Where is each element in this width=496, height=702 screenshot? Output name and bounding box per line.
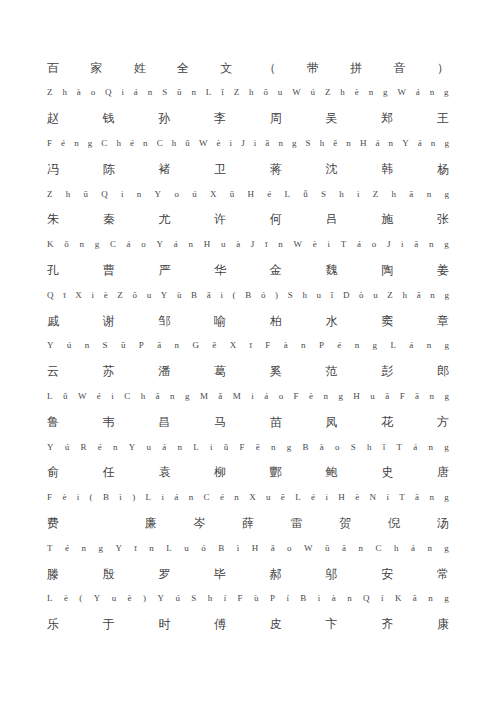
pinyin-letter: ū (121, 341, 126, 350)
pinyin-letter: i (121, 190, 124, 199)
pinyin-letter: L (284, 190, 290, 199)
pinyin-letter: u (221, 240, 226, 249)
pinyin-letter: Y (115, 544, 122, 553)
pinyin-letter: ě (212, 341, 216, 350)
hanzi-row-4: 冯陈褚卫蒋沈韩杨 (47, 156, 449, 181)
pinyin-letter: ā (342, 544, 346, 553)
pinyin-letter: P (139, 341, 144, 350)
hanzi-char: 韩 (381, 163, 393, 175)
pinyin-letter: g (444, 190, 449, 199)
pinyin-letter: n (427, 341, 432, 350)
hanzi-char: 袁 (158, 466, 170, 478)
pinyin-letter: J (387, 240, 391, 249)
pinyin-letter: ǔ (230, 190, 235, 199)
pinyin-letter: é (220, 493, 224, 502)
pinyin-letter: Y (157, 594, 164, 603)
pinyin-letter: g (373, 341, 378, 350)
pinyin-letter: K (47, 240, 54, 249)
pinyin-letter: i (121, 88, 124, 97)
hanzi-char: 喻 (214, 315, 226, 327)
pinyin-letter: T (47, 544, 53, 553)
hanzi-char: 鲁 (47, 416, 59, 428)
pinyin-letter: á (413, 443, 417, 452)
pinyin-letter: C (375, 544, 381, 553)
hanzi-row-10: 戚谢邹喻柏水窦章 (47, 308, 449, 333)
pinyin-letter: n (389, 139, 394, 148)
hanzi-char: 吕 (326, 213, 338, 225)
pinyin-letter: ǚ (303, 190, 308, 199)
hanzi-row-2: 赵钱孙李周吴郑王 (47, 106, 449, 131)
pinyin-letter: n (148, 88, 153, 97)
pinyin-letter: n (191, 88, 196, 97)
pinyin-letter: ú (65, 443, 70, 452)
hanzi-char: 王 (437, 112, 449, 124)
pinyin-letter: u (373, 291, 378, 300)
hanzi-char: 沈 (326, 163, 338, 175)
hanzi-row-8: 孔曹严华金魏陶姜 (47, 257, 449, 282)
pinyin-letter: o (287, 544, 292, 553)
pinyin-letter: L (47, 594, 53, 603)
pinyin-letter: B (303, 443, 309, 452)
pinyin-letter: B (103, 493, 109, 502)
pinyin-letter: u (278, 88, 283, 97)
hanzi-char: 邹 (158, 315, 170, 327)
hanzi-char: 褚 (158, 163, 170, 175)
pinyin-letter: u (317, 291, 322, 300)
hanzi-char: 孙 (158, 112, 170, 124)
document-content: 百家姓全文（带拼音）ZhàoQiánSūnLǐZhōuWúZhèngWáng赵钱… (47, 55, 449, 637)
pinyin-letter: W (304, 544, 313, 553)
pinyin-letter: é (98, 443, 102, 452)
hanzi-row-22: 乐于时傅皮卞齐康 (47, 612, 449, 637)
hanzi-char: 鲍 (326, 466, 338, 478)
pinyin-letter: ī (134, 544, 137, 553)
pinyin-letter: u (266, 493, 271, 502)
hanzi-char: 陶 (381, 264, 393, 276)
pinyin-letter: K (395, 594, 402, 603)
hanzi-char: 廉 (145, 517, 157, 529)
pinyin-letter: ) (132, 493, 135, 502)
pinyin-letter: ā (413, 594, 417, 603)
pinyin-letter: g (444, 392, 449, 401)
hanzi-char: 文 (220, 62, 232, 74)
pinyin-letter: i (327, 240, 330, 249)
pinyin-letter: ǐ (331, 291, 334, 300)
pinyin-letter: í (386, 493, 389, 502)
hanzi-char: 赵 (47, 112, 59, 124)
pinyin-letter: F (238, 594, 243, 603)
hanzi-char: 魏 (326, 264, 338, 276)
hanzi-char: 唐 (437, 466, 449, 478)
hanzi-char: 李 (214, 112, 226, 124)
pinyin-letter: ā (415, 392, 419, 401)
pinyin-letter: P (319, 341, 324, 350)
pinyin-letter: ǒ (64, 240, 69, 249)
pinyin-letter: á (134, 88, 138, 97)
pinyin-letter: S (351, 443, 356, 452)
pinyin-letter: L (206, 88, 212, 97)
hanzi-char: 史 (381, 466, 393, 478)
pinyin-letter: Q (47, 291, 54, 300)
hanzi-char: 安 (381, 568, 393, 580)
hanzi-row-12: 云苏潘葛奚范彭郎 (47, 359, 449, 384)
hanzi-char: 滕 (47, 568, 59, 580)
hanzi-char: 施 (381, 213, 393, 225)
pinyin-letter: W (292, 88, 301, 97)
pinyin-letter: n (323, 392, 328, 401)
hanzi-char: 卫 (214, 163, 226, 175)
pinyin-letter: á (375, 139, 379, 148)
pinyin-letter: M (200, 392, 208, 401)
pinyin-letter: i (401, 240, 404, 249)
hanzi-char: 何 (270, 213, 282, 225)
pinyin-letter: ū (84, 190, 89, 199)
hanzi-char: 水 (326, 315, 338, 327)
pinyin-letter: á (418, 139, 422, 148)
pinyin-letter: F (294, 392, 299, 401)
pinyin-letter: S (306, 139, 311, 148)
pinyin-letter: Z (117, 291, 123, 300)
pinyin-letter: á (416, 88, 420, 97)
pinyin-letter: F (47, 493, 52, 502)
pinyin-letter: J (241, 139, 245, 148)
pinyin-letter: ǔ (224, 443, 229, 452)
pinyin-letter: ú (67, 341, 72, 350)
hanzi-char: 柏 (270, 315, 282, 327)
pinyin-letter: g (444, 493, 449, 502)
pinyin-letter: í (224, 594, 227, 603)
pinyin-letter: g (444, 594, 449, 603)
pinyin-letter: g (287, 443, 292, 452)
pinyin-letter: ǎ (218, 392, 222, 401)
pinyin-letter: Q (105, 88, 112, 97)
hanzi-char: 葛 (214, 365, 226, 377)
pinyin-letter: í (286, 594, 289, 603)
pinyin-letter: g (383, 88, 388, 97)
pinyin-letter: T (341, 240, 347, 249)
hanzi-char: 昌 (158, 416, 170, 428)
pinyin-letter: h (392, 190, 397, 199)
hanzi-char: 康 (437, 618, 449, 630)
hanzi-char: 常 (437, 568, 449, 580)
pinyin-letter: ) (143, 594, 146, 603)
pinyin-letter: L (166, 544, 172, 553)
pinyin-row-15: YúRénYuánLiǔFēngBàoShǐTáng (47, 434, 449, 459)
pinyin-letter: ā (409, 190, 413, 199)
pinyin-letter: B (300, 594, 306, 603)
pinyin-letter: Z (387, 291, 393, 300)
pinyin-letter: g (88, 139, 93, 148)
pinyin-letter: ó (201, 544, 206, 553)
hanzi-char: 苗 (270, 416, 282, 428)
hanzi-char (96, 517, 108, 529)
pinyin-letter: h (66, 190, 71, 199)
hanzi-char: 雷 (291, 517, 303, 529)
pinyin-letter: S (162, 88, 167, 97)
pinyin-row-17: Fèi(Bì)LiánCénXuēLéiHèNíTāng (47, 485, 449, 510)
pinyin-letter: á (162, 443, 166, 452)
pinyin-letter: M (233, 392, 241, 401)
pinyin-letter: ě (333, 139, 337, 148)
pinyin-letter: H (353, 392, 360, 401)
pinyin-letter: Z (234, 88, 240, 97)
hanzi-char: 钱 (103, 112, 115, 124)
pinyin-letter: n (81, 544, 86, 553)
hanzi-char: 许 (214, 213, 226, 225)
pinyin-letter: W (78, 392, 87, 401)
pinyin-letter: u (147, 443, 152, 452)
pinyin-letter: ù (254, 594, 259, 603)
hanzi-char: 金 (270, 264, 282, 276)
pinyin-letter: n (278, 240, 283, 249)
pinyin-letter: á (409, 341, 413, 350)
pinyin-letter: n (143, 139, 148, 148)
pinyin-letter: h (172, 139, 177, 148)
pinyin-letter: n (427, 190, 432, 199)
pinyin-letter: n (170, 392, 175, 401)
hanzi-char: 薛 (242, 517, 254, 529)
pinyin-letter: ǎ (265, 139, 269, 148)
hanzi-char: 张 (437, 213, 449, 225)
pinyin-letter: ú (175, 594, 180, 603)
pinyin-letter: i (161, 493, 164, 502)
pinyin-letter: D (343, 291, 350, 300)
pinyin-letter: n (178, 443, 183, 452)
hanzi-char: ） (437, 62, 449, 74)
pinyin-letter: ē (256, 443, 260, 452)
hanzi-char: 凤 (326, 416, 338, 428)
pinyin-letter: h (340, 88, 345, 97)
hanzi-char: 齐 (381, 618, 393, 630)
pinyin-letter: C (110, 240, 116, 249)
pinyin-letter: ǐ (221, 88, 224, 97)
pinyin-row-11: YúnSūPānGěXīFànPéngLáng (47, 333, 449, 358)
hanzi-char: 家 (90, 62, 102, 74)
pinyin-letter: ù (177, 291, 182, 300)
pinyin-letter: X (210, 190, 217, 199)
pinyin-letter: L (295, 493, 301, 502)
pinyin-letter: Q (363, 594, 370, 603)
pinyin-row-9: QīXièZōuYùBǎi(Bó)ShuǐDòuZhāng (47, 283, 449, 308)
pinyin-row-19: TéngYīnLuóBìHǎoWūānCháng (47, 536, 449, 561)
pinyin-letter: ū (325, 544, 330, 553)
hanzi-char: 孔 (47, 264, 59, 276)
pinyin-letter: Z (373, 190, 379, 199)
pinyin-letter: ì (237, 544, 240, 553)
hanzi-char: 贺 (340, 517, 352, 529)
pinyin-letter: T (399, 493, 405, 502)
pinyin-letter: o (141, 240, 146, 249)
hanzi-char: 汤 (437, 517, 449, 529)
pinyin-letter: é (65, 544, 69, 553)
pinyin-letter: L (390, 341, 396, 350)
pinyin-letter: F (400, 392, 405, 401)
pinyin-letter: F (265, 341, 270, 350)
pinyin-letter: n (430, 392, 435, 401)
hanzi-char: 郎 (437, 365, 449, 377)
hanzi-char: 毕 (214, 568, 226, 580)
pinyin-letter: è (128, 594, 132, 603)
pinyin-letter: g (444, 544, 449, 553)
pinyin-letter: W (199, 139, 208, 148)
hanzi-char: 于 (103, 618, 115, 630)
pinyin-letter: n (427, 544, 432, 553)
hanzi-char: 周 (270, 112, 282, 124)
pinyin-letter: P (270, 594, 275, 603)
pinyin-letter: ǎ (271, 544, 275, 553)
pinyin-letter: S (321, 190, 326, 199)
pinyin-letter: á (174, 493, 178, 502)
pinyin-letter: Y (94, 594, 101, 603)
hanzi-char: 费 (47, 517, 59, 529)
pinyin-letter: i (230, 139, 233, 148)
pinyin-letter: í (381, 594, 384, 603)
pinyin-letter: n (355, 341, 360, 350)
pinyin-letter: X (249, 493, 256, 502)
hanzi-char: 岑 (193, 517, 205, 529)
pinyin-letter: ā (414, 240, 418, 249)
pinyin-letter: ) (275, 291, 278, 300)
hanzi-char: 章 (437, 315, 449, 327)
hanzi-char: 华 (214, 264, 226, 276)
pinyin-letter: n (149, 544, 154, 553)
pinyin-letter: n (428, 594, 433, 603)
pinyin-letter: g (444, 139, 449, 148)
pinyin-letter: G (192, 341, 199, 350)
pinyin-letter: n (113, 443, 118, 452)
pinyin-letter: h (339, 190, 344, 199)
pinyin-letter: i (210, 443, 213, 452)
hanzi-char: 俞 (47, 466, 59, 478)
pinyin-letter: ā (156, 392, 160, 401)
pinyin-letter: n (189, 493, 194, 502)
pinyin-letter: ā (157, 341, 161, 350)
pinyin-letter: á (127, 240, 131, 249)
pinyin-letter: i (220, 291, 223, 300)
pinyin-letter: n (278, 139, 283, 148)
pinyin-letter: ǔ (185, 139, 190, 148)
pinyin-letter: Y (157, 240, 164, 249)
hanzi-row-20: 滕殷罗毕郝邬安常 (47, 561, 449, 586)
pinyin-letter: Y (47, 443, 54, 452)
pinyin-letter: n (369, 88, 374, 97)
hanzi-char: 全 (177, 62, 189, 74)
hanzi-char: 彭 (381, 365, 393, 377)
pinyin-letter: n (74, 139, 79, 148)
pinyin-letter: ō (263, 88, 268, 97)
hanzi-char: 皮 (270, 618, 282, 630)
pinyin-letter: ǎ (207, 291, 211, 300)
hanzi-char: 音 (394, 62, 406, 74)
pinyin-letter: n (429, 240, 434, 249)
pinyin-letter: o (91, 88, 96, 97)
pinyin-letter: u (370, 392, 375, 401)
pinyin-letter: N (370, 493, 377, 502)
pinyin-row-1: ZhàoQiánSūnLǐZhōuWúZhèngWáng (47, 80, 449, 105)
pinyin-letter: u (184, 544, 189, 553)
pinyin-letter: C (101, 139, 107, 148)
pinyin-letter: Y (402, 139, 409, 148)
pinyin-letter: B (245, 291, 251, 300)
hanzi-char: 姜 (437, 264, 449, 276)
pinyin-letter: Z (47, 190, 53, 199)
pinyin-letter: C (204, 493, 210, 502)
pinyin-letter: Z (47, 88, 53, 97)
pinyin-letter: à (236, 240, 240, 249)
hanzi-char: 陈 (103, 163, 115, 175)
hanzi-row-18: 费 廉岑薛雷贺倪汤 (47, 510, 449, 535)
pinyin-letter: h (249, 88, 254, 97)
hanzi-char: 苏 (103, 365, 115, 377)
hanzi-char: 百 (47, 62, 59, 74)
pinyin-letter: B (218, 544, 224, 553)
pinyin-letter: F (47, 139, 52, 148)
pinyin-letter: F (240, 443, 245, 452)
pinyin-letter: H (252, 544, 259, 553)
pinyin-letter: S (191, 594, 196, 603)
pinyin-letter: n (188, 240, 193, 249)
pinyin-letter: ò (359, 291, 364, 300)
pinyin-letter: i (254, 139, 257, 148)
pinyin-letter: Z (325, 88, 331, 97)
hanzi-char: 姓 (134, 62, 146, 74)
hanzi-row-16: 俞任袁柳酆鲍史唐 (47, 460, 449, 485)
hanzi-char: 任 (103, 466, 115, 478)
hanzi-char: 时 (158, 618, 170, 630)
pinyin-letter: X (75, 291, 82, 300)
pinyin-letter: i (91, 291, 94, 300)
hanzi-char: 谢 (103, 315, 115, 327)
pinyin-letter: T (397, 443, 403, 452)
hanzi-char: 云 (47, 365, 59, 377)
hanzi-char: 郑 (381, 112, 393, 124)
document-title-row: 百家姓全文（带拼音） (47, 55, 449, 80)
pinyin-letter: á (174, 240, 178, 249)
hanzi-char: 奚 (270, 365, 282, 377)
pinyin-letter: ī (265, 240, 268, 249)
pinyin-letter: à (332, 594, 336, 603)
pinyin-letter: n (271, 443, 276, 452)
pinyin-letter: i (318, 594, 321, 603)
pinyin-letter: á (357, 240, 361, 249)
pinyin-letter: à (284, 341, 288, 350)
pinyin-letter: h (367, 443, 372, 452)
pinyin-letter: ú (192, 190, 197, 199)
hanzi-char: 郝 (270, 568, 282, 580)
pinyin-letter: g (444, 443, 449, 452)
pinyin-letter: B (191, 291, 197, 300)
pinyin-letter: n (347, 594, 352, 603)
pinyin-letter: Y (155, 190, 162, 199)
pinyin-letter: n (431, 139, 436, 148)
pinyin-letter: H (360, 139, 367, 148)
pinyin-letter: h (403, 291, 408, 300)
pinyin-letter: n (234, 493, 239, 502)
hanzi-char: 范 (326, 365, 338, 377)
pinyin-letter: n (175, 341, 180, 350)
pinyin-letter: ō (132, 291, 137, 300)
hanzi-char: 罗 (158, 568, 170, 580)
pinyin-letter: o (279, 392, 284, 401)
pinyin-letter: n (137, 190, 142, 199)
hanzi-char: 尤 (158, 213, 170, 225)
pinyin-letter: Y (129, 443, 136, 452)
pinyin-letter: S (103, 341, 108, 350)
hanzi-char: 吴 (326, 112, 338, 124)
pinyin-letter: g (95, 240, 100, 249)
pinyin-letter: ā (417, 291, 421, 300)
pinyin-letter: H (204, 240, 211, 249)
